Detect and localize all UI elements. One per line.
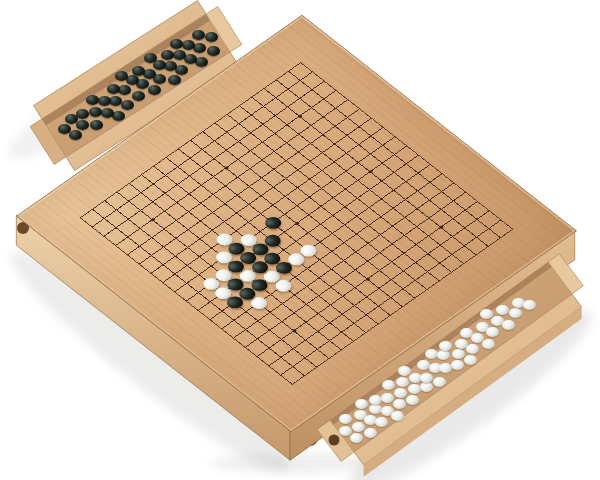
black-tray-stone bbox=[173, 50, 186, 60]
white-tray-stone bbox=[437, 350, 450, 360]
white-tray-stone bbox=[382, 380, 395, 390]
star-point bbox=[367, 170, 373, 174]
white-tray-stone bbox=[339, 426, 352, 436]
white-tray-stone bbox=[352, 422, 365, 432]
white-tray-stone bbox=[364, 428, 377, 438]
white-tray-stone bbox=[486, 327, 499, 337]
black-tray-stone bbox=[192, 30, 205, 40]
white-tray-stone bbox=[482, 339, 495, 349]
black-tray-stone bbox=[107, 84, 120, 94]
black-tray-stone bbox=[148, 85, 161, 95]
black-tray-stone bbox=[118, 85, 131, 95]
black-tray-stone bbox=[65, 114, 78, 124]
black-tray-stone bbox=[121, 100, 134, 110]
star-point bbox=[149, 218, 155, 222]
white-tray-stone bbox=[509, 308, 522, 318]
star-point bbox=[296, 114, 302, 118]
star-point bbox=[291, 329, 297, 333]
white-tray-stone bbox=[452, 349, 465, 359]
white-tray-stone bbox=[391, 411, 404, 421]
black-tray-stone bbox=[170, 39, 183, 49]
black-tray-stone bbox=[86, 95, 99, 105]
black-tray-stone bbox=[76, 120, 89, 130]
star-point bbox=[223, 166, 229, 170]
black-tray-stone bbox=[90, 120, 103, 130]
white-tray-stone bbox=[451, 360, 464, 370]
white-tray-stone bbox=[464, 355, 477, 365]
white-tray-stone bbox=[408, 384, 421, 394]
white-tray-stone bbox=[375, 417, 388, 427]
black-tray-stone bbox=[175, 65, 188, 75]
star-point bbox=[294, 221, 300, 225]
black-tray-stone bbox=[69, 130, 82, 140]
white-tray-stone bbox=[502, 320, 515, 330]
black-tray-stone bbox=[207, 46, 220, 56]
black-stone bbox=[261, 214, 284, 231]
white-tray-stone bbox=[439, 341, 452, 351]
white-tray-stone bbox=[420, 373, 433, 383]
white-tray-stone bbox=[355, 399, 368, 409]
white-tray-stone bbox=[496, 305, 509, 315]
white-tray-stone bbox=[406, 395, 419, 405]
black-tray-stone bbox=[115, 71, 128, 81]
black-tray-stone bbox=[89, 107, 102, 117]
white-tray-stone bbox=[393, 399, 406, 409]
black-tray-stone bbox=[76, 109, 89, 119]
white-tray-stone bbox=[433, 377, 446, 387]
white-tray-stone bbox=[350, 433, 363, 443]
white-tray-stone bbox=[466, 344, 479, 354]
black-tray-stone bbox=[193, 43, 206, 53]
go-set-photo bbox=[0, 0, 600, 480]
black-tray-stone bbox=[101, 108, 114, 118]
white-tray-stone bbox=[339, 414, 352, 424]
black-tray-stone bbox=[58, 124, 71, 134]
black-tray-stone bbox=[144, 53, 157, 63]
black-tray-stone bbox=[98, 96, 111, 106]
black-tray-stone bbox=[132, 91, 145, 101]
black-tray-stone bbox=[126, 75, 139, 85]
white-tray-stone bbox=[381, 393, 394, 403]
black-tray-stone bbox=[205, 32, 218, 42]
star-point bbox=[364, 277, 370, 281]
white-tray-stone bbox=[396, 377, 409, 387]
black-tray-stone bbox=[112, 111, 125, 121]
black-tray-stone bbox=[161, 50, 174, 60]
white-tray-stone bbox=[369, 395, 382, 405]
white-tray-stone bbox=[394, 388, 407, 398]
white-tray-stone bbox=[523, 300, 536, 310]
white-tray-stone bbox=[420, 382, 433, 392]
black-tray-stone bbox=[168, 75, 181, 85]
white-tray-stone bbox=[417, 360, 430, 370]
star-point bbox=[438, 225, 444, 229]
white-tray-stone bbox=[480, 309, 493, 319]
